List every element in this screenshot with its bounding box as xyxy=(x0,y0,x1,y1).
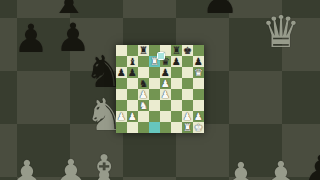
square-d4[interactable] xyxy=(149,89,160,100)
piece-white-pawn[interactable]: ♟ xyxy=(183,111,192,122)
background-white-pawn-icon: ♟ xyxy=(219,155,263,180)
square-b7[interactable]: ♝ xyxy=(127,56,138,67)
move-badge xyxy=(157,52,165,60)
piece-black-rook[interactable]: ♜ xyxy=(139,45,148,56)
piece-black-king[interactable]: ♚ xyxy=(183,45,192,56)
piece-white-king[interactable]: ♚ xyxy=(194,122,203,133)
piece-black-pawn[interactable]: ♟ xyxy=(128,67,137,78)
square-b6[interactable]: ♟ xyxy=(127,67,138,78)
background-black-pawn-icon: ♟ xyxy=(299,148,320,180)
square-b4[interactable] xyxy=(127,89,138,100)
square-f7[interactable]: ♟ xyxy=(171,56,182,67)
square-e2[interactable] xyxy=(160,111,171,122)
piece-black-bishop[interactable]: ♝ xyxy=(128,56,137,67)
square-b8[interactable] xyxy=(127,45,138,56)
square-f2[interactable] xyxy=(171,111,182,122)
square-h4[interactable] xyxy=(193,89,204,100)
square-c5[interactable]: ♞ xyxy=(138,78,149,89)
piece-black-pawn[interactable]: ♟ xyxy=(194,56,203,67)
piece-white-pawn[interactable]: ♟ xyxy=(117,111,126,122)
square-g2[interactable]: ♟ xyxy=(182,111,193,122)
piece-white-pawn[interactable]: ♟ xyxy=(128,111,137,122)
square-h2[interactable]: ♟ xyxy=(193,111,204,122)
square-e6[interactable]: ♟ xyxy=(160,67,171,78)
square-f1[interactable] xyxy=(171,122,182,133)
square-c2[interactable] xyxy=(138,111,149,122)
piece-white-queen[interactable]: ♛ xyxy=(194,67,203,78)
square-a6[interactable]: ♟ xyxy=(116,67,127,78)
square-a7[interactable] xyxy=(116,56,127,67)
square-f3[interactable] xyxy=(171,100,182,111)
piece-black-pawn[interactable]: ♟ xyxy=(161,67,170,78)
background-black-pawn-icon: ♟ xyxy=(197,0,243,21)
background-white-bishop-icon: ♝ xyxy=(80,146,128,180)
square-g8[interactable]: ♚ xyxy=(182,45,193,56)
piece-black-pawn[interactable]: ♟ xyxy=(172,56,181,67)
square-f6[interactable] xyxy=(171,67,182,78)
background-white-pawn-icon: ♟ xyxy=(5,153,49,180)
square-f8[interactable]: ♜ xyxy=(171,45,182,56)
background-white-pawn-icon: ♟ xyxy=(49,152,93,180)
piece-black-rook[interactable]: ♜ xyxy=(172,45,181,56)
piece-black-pawn[interactable]: ♟ xyxy=(117,67,126,78)
square-g1[interactable]: ♜ xyxy=(182,122,193,133)
square-c7[interactable] xyxy=(138,56,149,67)
square-c6[interactable] xyxy=(138,67,149,78)
background-white-queen-icon: ♛ xyxy=(257,7,305,55)
square-a4[interactable] xyxy=(116,89,127,100)
square-f5[interactable] xyxy=(171,78,182,89)
square-c8[interactable]: ♜ xyxy=(138,45,149,56)
background-black-pawn-icon: ♟ xyxy=(10,17,52,59)
square-h8[interactable] xyxy=(193,45,204,56)
piece-black-knight[interactable]: ♞ xyxy=(139,78,148,89)
square-c1[interactable] xyxy=(138,122,149,133)
square-h5[interactable] xyxy=(193,78,204,89)
square-g5[interactable] xyxy=(182,78,193,89)
piece-white-knight[interactable]: ♞ xyxy=(139,100,148,111)
square-e1[interactable] xyxy=(160,122,171,133)
square-g6[interactable] xyxy=(182,67,193,78)
piece-white-pawn[interactable]: ♟ xyxy=(161,89,170,100)
square-d2[interactable] xyxy=(149,111,160,122)
square-h1[interactable]: ♚ xyxy=(193,122,204,133)
square-d3[interactable] xyxy=(149,100,160,111)
square-b1[interactable] xyxy=(127,122,138,133)
square-a5[interactable] xyxy=(116,78,127,89)
square-h6[interactable]: ♛ xyxy=(193,67,204,78)
square-h3[interactable] xyxy=(193,100,204,111)
square-g4[interactable] xyxy=(182,89,193,100)
square-c3[interactable]: ♞ xyxy=(138,100,149,111)
piece-white-rook[interactable]: ♜ xyxy=(183,122,192,133)
square-f4[interactable] xyxy=(171,89,182,100)
square-d6[interactable] xyxy=(149,67,160,78)
square-e5[interactable]: ♟ xyxy=(160,78,171,89)
square-b3[interactable] xyxy=(127,100,138,111)
square-d5[interactable] xyxy=(149,78,160,89)
background-white-pawn-icon: ♟ xyxy=(259,154,303,180)
square-a1[interactable] xyxy=(116,122,127,133)
piece-white-pawn[interactable]: ♟ xyxy=(139,89,148,100)
piece-white-pawn[interactable]: ♟ xyxy=(194,111,203,122)
square-g3[interactable] xyxy=(182,100,193,111)
square-a2[interactable]: ♟ xyxy=(116,111,127,122)
square-e4[interactable]: ♟ xyxy=(160,89,171,100)
video-frame: ♟♟♝♞♞♟♟♝♟♛♟♟♟ ♜♜♚♝♜♛♟♟♟♟♟♛♞♟♟♟♞♟♟♟♟♜♚ xyxy=(0,0,320,180)
square-h7[interactable]: ♟ xyxy=(193,56,204,67)
square-a8[interactable] xyxy=(116,45,127,56)
square-e3[interactable] xyxy=(160,100,171,111)
square-d1[interactable] xyxy=(149,122,160,133)
square-b2[interactable]: ♟ xyxy=(127,111,138,122)
background-black-pawn-icon: ♟ xyxy=(52,16,94,58)
square-g7[interactable] xyxy=(182,56,193,67)
background-black-bishop-icon: ♝ xyxy=(46,0,92,21)
square-a3[interactable] xyxy=(116,100,127,111)
piece-white-pawn[interactable]: ♟ xyxy=(161,78,170,89)
square-c4[interactable]: ♟ xyxy=(138,89,149,100)
square-b5[interactable] xyxy=(127,78,138,89)
